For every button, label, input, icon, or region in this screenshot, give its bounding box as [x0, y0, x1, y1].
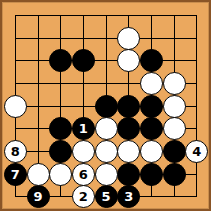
- stone-white: [27, 163, 50, 186]
- stone-black: [140, 163, 163, 186]
- go-board: 179538462: [0, 0, 211, 211]
- stone-black: [163, 140, 186, 163]
- stone-black: [49, 49, 72, 72]
- stone-white: [4, 95, 27, 118]
- stone-white: [117, 27, 140, 50]
- stone-black: [117, 163, 140, 186]
- stone-black-move-3: 3: [117, 185, 140, 208]
- stone-white: [72, 140, 95, 163]
- grid-line-vertical: [196, 15, 197, 197]
- stone-white: [140, 140, 163, 163]
- move-number-label: 3: [124, 190, 133, 203]
- move-number-label: 9: [33, 190, 42, 203]
- stone-black: [49, 117, 72, 140]
- move-number-label: 6: [79, 168, 88, 181]
- stone-white: [95, 163, 118, 186]
- stone-white: [95, 140, 118, 163]
- move-number-label: 2: [79, 190, 88, 203]
- stone-white: [117, 49, 140, 72]
- stone-white-move-6: 6: [72, 163, 95, 186]
- stone-white: [49, 163, 72, 186]
- stone-black: [95, 95, 118, 118]
- stone-white-move-4: 4: [185, 140, 208, 163]
- stone-white-move-2: 2: [72, 185, 95, 208]
- stone-black-move-9: 9: [27, 185, 50, 208]
- stone-white: [95, 117, 118, 140]
- stone-white: [140, 72, 163, 95]
- stone-black: [117, 117, 140, 140]
- stone-black: [72, 49, 95, 72]
- stone-white-move-8: 8: [4, 140, 27, 163]
- move-number-label: 8: [11, 145, 20, 158]
- stone-black: [163, 163, 186, 186]
- stone-black: [140, 117, 163, 140]
- stone-white: [163, 72, 186, 95]
- stone-white: [117, 140, 140, 163]
- stone-black-move-7: 7: [4, 163, 27, 186]
- move-number-label: 5: [101, 190, 110, 203]
- stone-black-move-1: 1: [72, 117, 95, 140]
- stone-black-move-5: 5: [95, 185, 118, 208]
- stone-black: [140, 95, 163, 118]
- move-number-label: 7: [11, 168, 20, 181]
- move-number-label: 1: [79, 122, 88, 135]
- move-number-label: 4: [192, 145, 201, 158]
- stone-black: [117, 95, 140, 118]
- stone-black: [140, 49, 163, 72]
- stone-white: [163, 95, 186, 118]
- stone-black: [49, 140, 72, 163]
- stone-white: [163, 117, 186, 140]
